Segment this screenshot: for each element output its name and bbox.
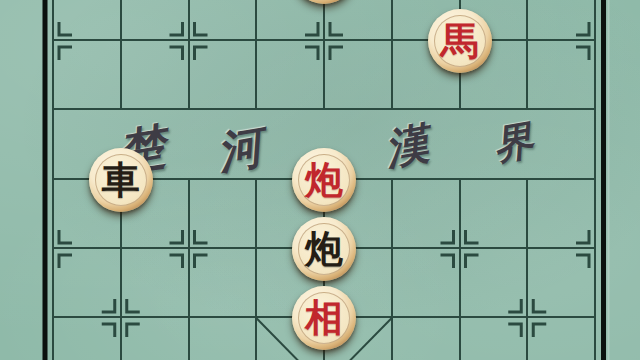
point-mark	[441, 230, 479, 268]
point-mark	[305, 22, 343, 60]
border-highlight	[608, 0, 610, 360]
piece-character: 馬	[428, 9, 492, 73]
point-mark	[576, 230, 589, 268]
point-mark	[102, 299, 140, 337]
piece-character	[292, 0, 356, 4]
point-mark	[576, 22, 589, 60]
piece-chariot[interactable]: 車	[89, 148, 153, 212]
piece-character: 相	[292, 286, 356, 350]
piece-horse[interactable]: 馬	[428, 9, 492, 73]
xiangqi-board: 楚河漢界 馬車炮炮相	[0, 0, 640, 360]
outer-border-left	[43, 0, 48, 360]
point-mark	[508, 299, 546, 337]
piece-cannon[interactable]: 炮	[292, 148, 356, 212]
piece-character: 炮	[292, 217, 356, 281]
piece-character: 炮	[292, 148, 356, 212]
point-mark	[59, 22, 72, 60]
piece-elephant[interactable]: 相	[292, 286, 356, 350]
outer-border-right	[601, 0, 606, 360]
point-mark	[170, 230, 208, 268]
piece-unknown[interactable]	[292, 0, 356, 4]
point-mark	[59, 230, 72, 268]
point-mark	[170, 22, 208, 60]
piece-cannon[interactable]: 炮	[292, 217, 356, 281]
piece-character: 車	[89, 148, 153, 212]
